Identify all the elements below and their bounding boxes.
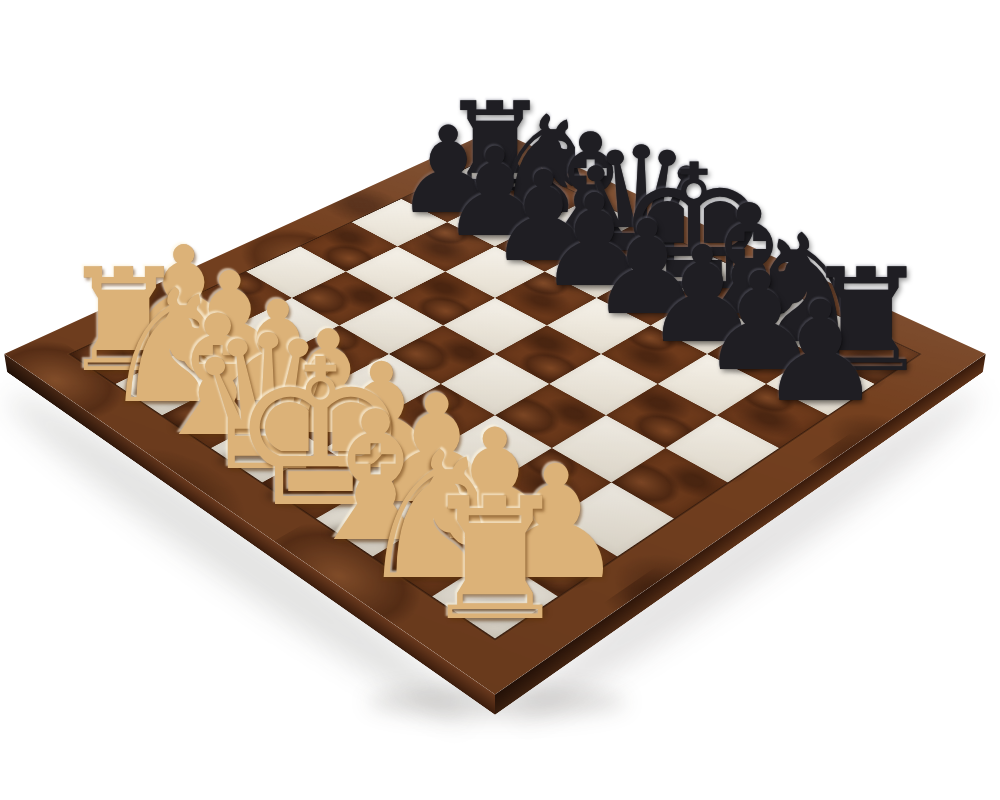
square-h6 [717, 384, 828, 448]
square-g1 [373, 519, 495, 597]
square-c2 [224, 354, 332, 415]
square-f5 [549, 354, 657, 415]
square-h7 [766, 354, 874, 415]
square-d2 [273, 384, 384, 448]
square-f4 [495, 384, 606, 448]
square-e1 [262, 448, 378, 518]
product-photo: ♜♞♝♛♚♝♞♜♟♟♟♟♟♟♟♟♟♟♟♟♟♟♟♟♜♞♝♛♚♝♞♜ [0, 0, 1000, 800]
square-e3 [384, 384, 495, 448]
square-h2 [495, 519, 617, 597]
square-c1 [162, 384, 273, 448]
square-h4 [611, 448, 727, 518]
square-h5 [665, 415, 779, 482]
square-f3 [438, 415, 552, 482]
square-e4 [441, 354, 549, 415]
square-g6 [658, 354, 766, 415]
board-surface [4, 129, 985, 694]
square-f2 [379, 448, 495, 518]
square-h3 [555, 482, 674, 556]
square-d3 [332, 354, 440, 415]
square-g3 [495, 448, 611, 518]
square-f1 [316, 482, 435, 556]
chess-board [4, 129, 985, 694]
scene [0, 0, 1000, 800]
square-h1 [432, 556, 557, 638]
square-g5 [606, 384, 717, 448]
square-g4 [552, 415, 666, 482]
square-b1 [115, 354, 223, 415]
square-d1 [211, 415, 325, 482]
square-e2 [325, 415, 439, 482]
square-g2 [435, 482, 554, 556]
playing-field [71, 155, 920, 638]
